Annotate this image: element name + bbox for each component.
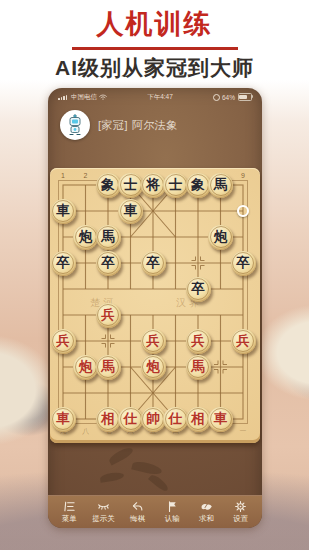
piece-character: 相 <box>191 412 205 426</box>
game-toolbar: 菜单 提示关 悔棋 认输 <box>48 495 262 528</box>
piece-character: 仕 <box>169 412 183 426</box>
piece-相-red[interactable]: 相 <box>96 407 121 432</box>
battery-percent-label: 64% <box>222 94 235 101</box>
piece-character: 象 <box>191 178 205 192</box>
piece-character: 卒 <box>56 256 70 270</box>
piece-character: 兵 <box>56 334 70 348</box>
orientation-lock-icon <box>213 94 220 101</box>
piece-character: 炮 <box>79 360 93 374</box>
piece-character: 兵 <box>191 334 205 348</box>
last-move-marker <box>237 205 249 217</box>
piece-炮-red[interactable]: 炮 <box>141 355 166 380</box>
piece-車-red[interactable]: 車 <box>51 407 76 432</box>
undo-icon <box>131 500 144 513</box>
promo-title: 人机训练 <box>0 6 309 42</box>
piece-炮-red[interactable]: 炮 <box>73 355 98 380</box>
battery-icon <box>238 93 252 101</box>
piece-兵-red[interactable]: 兵 <box>186 329 211 354</box>
piece-仕-red[interactable]: 仕 <box>163 407 188 432</box>
undo-move-button[interactable]: 悔棋 <box>121 500 154 524</box>
opponent-row: [家冠] 阿尔法象 <box>60 110 178 140</box>
piece-character: 馬 <box>214 178 228 192</box>
resign-label: 认输 <box>165 514 180 524</box>
piece-象-black[interactable]: 象 <box>96 173 121 198</box>
piece-grid: 象士将士象馬車車炮馬炮卒卒卒卒卒兵兵兵兵兵炮馬炮馬車相仕帥仕相車 <box>52 172 255 432</box>
piece-将-black[interactable]: 将 <box>141 173 166 198</box>
piece-character: 車 <box>56 412 70 426</box>
settings-button[interactable]: 设置 <box>224 500 257 524</box>
piece-象-black[interactable]: 象 <box>186 173 211 198</box>
draw-offer-icon <box>200 500 213 513</box>
wifi-icon <box>99 94 107 100</box>
piece-卒-black[interactable]: 卒 <box>141 251 166 276</box>
piece-character: 馬 <box>101 230 115 244</box>
piece-character: 車 <box>124 204 138 218</box>
piece-車-black[interactable]: 車 <box>51 199 76 224</box>
piece-character: 兵 <box>236 334 250 348</box>
piece-character: 卒 <box>191 282 205 296</box>
signal-bars-icon <box>58 95 67 100</box>
promo-header: 人机训练 AI级别从家冠到大师 <box>0 0 309 88</box>
piece-character: 卒 <box>236 256 250 270</box>
piece-character: 士 <box>169 178 183 192</box>
piece-卒-black[interactable]: 卒 <box>231 251 256 276</box>
menu-button[interactable]: 菜单 <box>53 500 86 524</box>
piece-character: 卒 <box>101 256 115 270</box>
piece-character: 兵 <box>101 308 115 322</box>
hint-off-icon <box>97 500 110 513</box>
piece-character: 炮 <box>79 230 93 244</box>
settings-gear-icon <box>234 500 247 513</box>
draw-label: 求和 <box>199 514 214 524</box>
bamboo-decoration <box>48 443 262 497</box>
xiangqi-board[interactable]: 123456789 九八七六五四三二一 楚河 汉界 象士将士象馬車車炮馬炮卒卒卒… <box>50 168 260 443</box>
piece-馬-black[interactable]: 馬 <box>208 173 233 198</box>
opponent-name-label: [家冠] 阿尔法象 <box>98 118 178 133</box>
piece-士-black[interactable]: 士 <box>163 173 188 198</box>
clock-label: 下午4:47 <box>147 93 173 102</box>
piece-character: 仕 <box>124 412 138 426</box>
piece-character: 車 <box>214 412 228 426</box>
piece-炮-black[interactable]: 炮 <box>73 225 98 250</box>
piece-character: 兵 <box>146 334 160 348</box>
piece-character: 卒 <box>146 256 160 270</box>
carrier-label: 中国电信 <box>71 93 97 102</box>
phone-screenshot: 中国电信 下午4:47 64% [家冠] 阿尔法象 <box>48 88 262 528</box>
promo-subtitle: AI级别从家冠到大师 <box>0 54 309 82</box>
robot-icon <box>66 114 84 136</box>
piece-character: 馬 <box>191 360 205 374</box>
title-underline <box>72 47 238 50</box>
piece-character: 帥 <box>146 412 160 426</box>
menu-icon <box>63 500 76 513</box>
piece-卒-black[interactable]: 卒 <box>96 251 121 276</box>
piece-卒-black[interactable]: 卒 <box>186 277 211 302</box>
piece-兵-red[interactable]: 兵 <box>231 329 256 354</box>
menu-label: 菜单 <box>62 514 77 524</box>
piece-character: 象 <box>101 178 115 192</box>
piece-卒-black[interactable]: 卒 <box>51 251 76 276</box>
piece-帥-red[interactable]: 帥 <box>141 407 166 432</box>
piece-character: 士 <box>124 178 138 192</box>
piece-兵-red[interactable]: 兵 <box>141 329 166 354</box>
piece-馬-red[interactable]: 馬 <box>186 355 211 380</box>
hint-toggle-button[interactable]: 提示关 <box>87 500 120 524</box>
settings-label: 设置 <box>233 514 248 524</box>
piece-仕-red[interactable]: 仕 <box>118 407 143 432</box>
opponent-avatar[interactable] <box>60 110 90 140</box>
piece-兵-red[interactable]: 兵 <box>51 329 76 354</box>
piece-車-black[interactable]: 車 <box>118 199 143 224</box>
piece-character: 相 <box>101 412 115 426</box>
piece-character: 馬 <box>101 360 115 374</box>
status-bar: 中国电信 下午4:47 64% <box>48 91 262 103</box>
piece-兵-red[interactable]: 兵 <box>96 303 121 328</box>
resign-button[interactable]: 认输 <box>156 500 189 524</box>
piece-character: 炮 <box>214 230 228 244</box>
piece-character: 車 <box>56 204 70 218</box>
piece-車-red[interactable]: 車 <box>208 407 233 432</box>
undo-label: 悔棋 <box>130 514 145 524</box>
piece-馬-black[interactable]: 馬 <box>96 225 121 250</box>
hint-label: 提示关 <box>92 514 115 524</box>
piece-炮-black[interactable]: 炮 <box>208 225 233 250</box>
piece-士-black[interactable]: 士 <box>118 173 143 198</box>
piece-character: 炮 <box>146 360 160 374</box>
piece-character: 将 <box>146 178 160 192</box>
piece-馬-red[interactable]: 馬 <box>96 355 121 380</box>
resign-flag-icon <box>166 500 179 513</box>
piece-相-red[interactable]: 相 <box>186 407 211 432</box>
offer-draw-button[interactable]: 求和 <box>190 500 223 524</box>
